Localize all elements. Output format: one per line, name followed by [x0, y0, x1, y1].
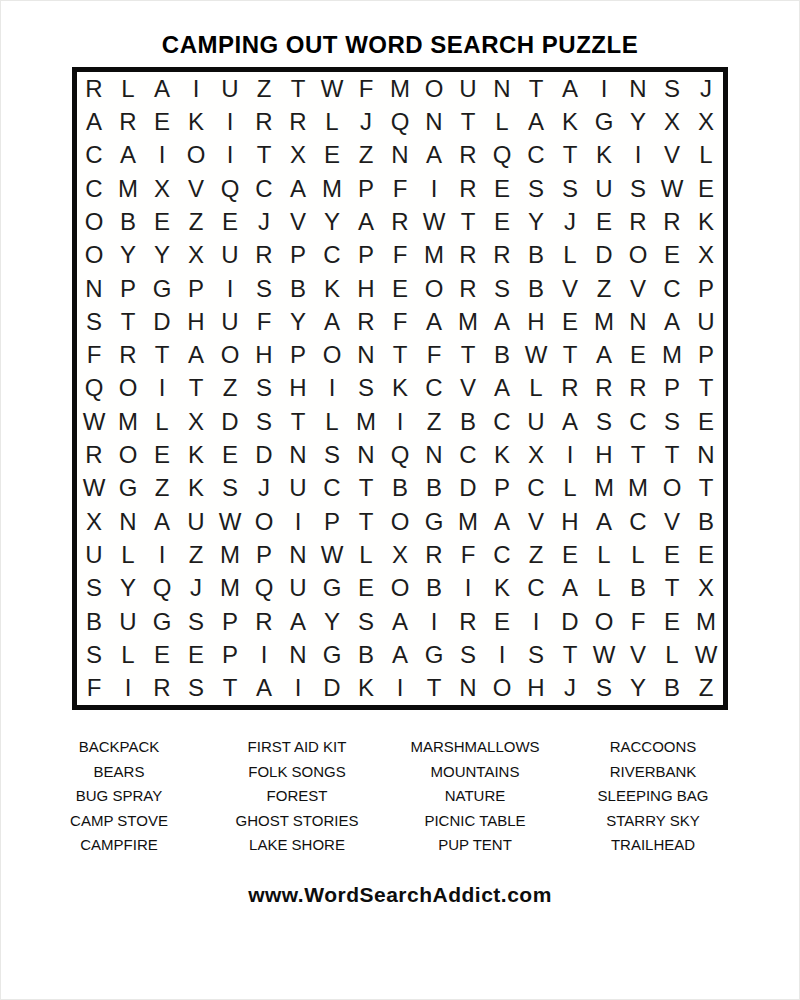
grid-cell-r8c10[interactable]: F: [383, 305, 417, 338]
grid-cell-r6c6[interactable]: R: [247, 239, 281, 272]
grid-cell-r12c3[interactable]: E: [145, 438, 179, 471]
grid-cell-r18c12[interactable]: S: [451, 638, 485, 671]
grid-cell-r13c7[interactable]: U: [281, 472, 315, 505]
grid-cell-r8c5[interactable]: U: [213, 305, 247, 338]
grid-cell-r17c15[interactable]: D: [553, 605, 587, 638]
grid-cell-r5c19[interactable]: K: [689, 205, 723, 238]
grid-cell-r19c8[interactable]: D: [315, 672, 349, 705]
grid-cell-r14c6[interactable]: O: [247, 505, 281, 538]
grid-cell-r1c4[interactable]: I: [179, 72, 213, 105]
grid-cell-r16c1[interactable]: S: [77, 572, 111, 605]
grid-cell-r9c7[interactable]: P: [281, 339, 315, 372]
grid-cell-r17c2[interactable]: U: [111, 605, 145, 638]
grid-cell-r14c3[interactable]: A: [145, 505, 179, 538]
grid-cell-r11c6[interactable]: S: [247, 405, 281, 438]
grid-cell-r10c1[interactable]: Q: [77, 372, 111, 405]
grid-cell-r13c4[interactable]: K: [179, 472, 213, 505]
grid-cell-r19c1[interactable]: F: [77, 672, 111, 705]
grid-cell-r3c7[interactable]: X: [281, 139, 315, 172]
grid-cell-r16c6[interactable]: Q: [247, 572, 281, 605]
grid-cell-r10c11[interactable]: C: [417, 372, 451, 405]
grid-cell-r2c4[interactable]: K: [179, 105, 213, 138]
grid-cell-r4c9[interactable]: P: [349, 172, 383, 205]
grid-cell-r7c11[interactable]: O: [417, 272, 451, 305]
grid-cell-r6c17[interactable]: O: [621, 239, 655, 272]
grid-cell-r4c7[interactable]: A: [281, 172, 315, 205]
grid-cell-r5c4[interactable]: Z: [179, 205, 213, 238]
grid-cell-r4c12[interactable]: R: [451, 172, 485, 205]
grid-cell-r11c1[interactable]: W: [77, 405, 111, 438]
grid-cell-r10c13[interactable]: A: [485, 372, 519, 405]
grid-cell-r6c13[interactable]: R: [485, 239, 519, 272]
grid-cell-r4c8[interactable]: M: [315, 172, 349, 205]
grid-cell-r4c19[interactable]: E: [689, 172, 723, 205]
grid-cell-r15c4[interactable]: Z: [179, 538, 213, 571]
grid-cell-r16c9[interactable]: E: [349, 572, 383, 605]
grid-cell-r3c15[interactable]: T: [553, 139, 587, 172]
grid-cell-r3c9[interactable]: Z: [349, 139, 383, 172]
grid-cell-r12c11[interactable]: N: [417, 438, 451, 471]
grid-cell-r11c4[interactable]: X: [179, 405, 213, 438]
grid-cell-r5c5[interactable]: E: [213, 205, 247, 238]
grid-cell-r7c15[interactable]: V: [553, 272, 587, 305]
grid-cell-r4c14[interactable]: S: [519, 172, 553, 205]
grid-cell-r5c2[interactable]: B: [111, 205, 145, 238]
grid-cell-r1c1[interactable]: R: [77, 72, 111, 105]
grid-cell-r4c18[interactable]: W: [655, 172, 689, 205]
grid-cell-r15c6[interactable]: P: [247, 538, 281, 571]
grid-cell-r6c8[interactable]: C: [315, 239, 349, 272]
grid-cell-r15c1[interactable]: U: [77, 538, 111, 571]
grid-cell-r12c19[interactable]: N: [689, 438, 723, 471]
grid-cell-r1c11[interactable]: O: [417, 72, 451, 105]
grid-cell-r3c11[interactable]: A: [417, 139, 451, 172]
grid-cell-r4c6[interactable]: C: [247, 172, 281, 205]
grid-cell-r16c8[interactable]: G: [315, 572, 349, 605]
grid-cell-r4c16[interactable]: U: [587, 172, 621, 205]
grid-cell-r19c4[interactable]: S: [179, 672, 213, 705]
grid-cell-r5c18[interactable]: R: [655, 205, 689, 238]
grid-cell-r11c19[interactable]: E: [689, 405, 723, 438]
grid-cell-r10c6[interactable]: S: [247, 372, 281, 405]
grid-cell-r7c17[interactable]: V: [621, 272, 655, 305]
grid-cell-r19c5[interactable]: T: [213, 672, 247, 705]
grid-cell-r17c18[interactable]: E: [655, 605, 689, 638]
grid-cell-r16c15[interactable]: A: [553, 572, 587, 605]
grid-cell-r10c5[interactable]: Z: [213, 372, 247, 405]
grid-cell-r17c19[interactable]: M: [689, 605, 723, 638]
grid-cell-r7c7[interactable]: B: [281, 272, 315, 305]
grid-cell-r1c9[interactable]: F: [349, 72, 383, 105]
grid-cell-r8c17[interactable]: N: [621, 305, 655, 338]
grid-cell-r6c11[interactable]: M: [417, 239, 451, 272]
grid-cell-r7c8[interactable]: K: [315, 272, 349, 305]
grid-cell-r3c10[interactable]: N: [383, 139, 417, 172]
grid-cell-r13c13[interactable]: P: [485, 472, 519, 505]
grid-cell-r17c12[interactable]: R: [451, 605, 485, 638]
grid-cell-r10c7[interactable]: H: [281, 372, 315, 405]
grid-cell-r18c9[interactable]: B: [349, 638, 383, 671]
grid-cell-r5c11[interactable]: W: [417, 205, 451, 238]
grid-cell-r17c11[interactable]: I: [417, 605, 451, 638]
grid-cell-r4c10[interactable]: F: [383, 172, 417, 205]
grid-cell-r3c14[interactable]: C: [519, 139, 553, 172]
grid-cell-r8c13[interactable]: A: [485, 305, 519, 338]
grid-cell-r19c16[interactable]: S: [587, 672, 621, 705]
grid-cell-r16c19[interactable]: X: [689, 572, 723, 605]
grid-cell-r13c1[interactable]: W: [77, 472, 111, 505]
grid-cell-r7c10[interactable]: E: [383, 272, 417, 305]
grid-cell-r13c11[interactable]: B: [417, 472, 451, 505]
grid-cell-r2c14[interactable]: A: [519, 105, 553, 138]
grid-cell-r8c9[interactable]: R: [349, 305, 383, 338]
grid-cell-r2c12[interactable]: T: [451, 105, 485, 138]
grid-cell-r13c14[interactable]: C: [519, 472, 553, 505]
grid-cell-r3c4[interactable]: O: [179, 139, 213, 172]
grid-cell-r4c3[interactable]: X: [145, 172, 179, 205]
grid-cell-r17c4[interactable]: S: [179, 605, 213, 638]
grid-cell-r16c11[interactable]: B: [417, 572, 451, 605]
grid-cell-r11c7[interactable]: T: [281, 405, 315, 438]
grid-cell-r6c3[interactable]: Y: [145, 239, 179, 272]
grid-cell-r1c16[interactable]: I: [587, 72, 621, 105]
grid-cell-r13c2[interactable]: G: [111, 472, 145, 505]
grid-cell-r9c18[interactable]: M: [655, 339, 689, 372]
grid-cell-r7c19[interactable]: P: [689, 272, 723, 305]
grid-cell-r7c9[interactable]: H: [349, 272, 383, 305]
grid-cell-r18c10[interactable]: A: [383, 638, 417, 671]
grid-cell-r14c9[interactable]: T: [349, 505, 383, 538]
grid-cell-r10c16[interactable]: R: [587, 372, 621, 405]
grid-cell-r4c2[interactable]: M: [111, 172, 145, 205]
grid-cell-r16c18[interactable]: T: [655, 572, 689, 605]
grid-cell-r1c8[interactable]: W: [315, 72, 349, 105]
grid-cell-r2c16[interactable]: G: [587, 105, 621, 138]
grid-cell-r1c5[interactable]: U: [213, 72, 247, 105]
grid-cell-r19c3[interactable]: R: [145, 672, 179, 705]
grid-cell-r5c15[interactable]: J: [553, 205, 587, 238]
grid-cell-r12c8[interactable]: S: [315, 438, 349, 471]
grid-cell-r19c19[interactable]: Z: [689, 672, 723, 705]
grid-cell-r14c1[interactable]: X: [77, 505, 111, 538]
grid-cell-r17c17[interactable]: F: [621, 605, 655, 638]
grid-cell-r15c12[interactable]: F: [451, 538, 485, 571]
grid-cell-r4c1[interactable]: C: [77, 172, 111, 205]
grid-cell-r4c11[interactable]: I: [417, 172, 451, 205]
grid-cell-r18c1[interactable]: S: [77, 638, 111, 671]
grid-cell-r12c1[interactable]: R: [77, 438, 111, 471]
grid-cell-r8c18[interactable]: A: [655, 305, 689, 338]
grid-cell-r9c5[interactable]: O: [213, 339, 247, 372]
grid-cell-r17c16[interactable]: O: [587, 605, 621, 638]
grid-cell-r12c4[interactable]: K: [179, 438, 213, 471]
grid-cell-r9c19[interactable]: P: [689, 339, 723, 372]
grid-cell-r2c7[interactable]: R: [281, 105, 315, 138]
grid-cell-r7c5[interactable]: I: [213, 272, 247, 305]
grid-cell-r13c18[interactable]: O: [655, 472, 689, 505]
grid-cell-r9c12[interactable]: T: [451, 339, 485, 372]
grid-cell-r13c6[interactable]: J: [247, 472, 281, 505]
grid-cell-r14c5[interactable]: W: [213, 505, 247, 538]
grid-cell-r2c3[interactable]: E: [145, 105, 179, 138]
grid-cell-r19c7[interactable]: I: [281, 672, 315, 705]
grid-cell-r16c5[interactable]: M: [213, 572, 247, 605]
grid-cell-r3c13[interactable]: Q: [485, 139, 519, 172]
grid-cell-r12c9[interactable]: N: [349, 438, 383, 471]
grid-cell-r10c17[interactable]: R: [621, 372, 655, 405]
grid-cell-r18c13[interactable]: I: [485, 638, 519, 671]
grid-cell-r12c14[interactable]: X: [519, 438, 553, 471]
grid-cell-r5c16[interactable]: E: [587, 205, 621, 238]
grid-cell-r11c15[interactable]: A: [553, 405, 587, 438]
grid-cell-r8c11[interactable]: A: [417, 305, 451, 338]
grid-cell-r6c10[interactable]: F: [383, 239, 417, 272]
grid-cell-r19c18[interactable]: B: [655, 672, 689, 705]
grid-cell-r2c18[interactable]: X: [655, 105, 689, 138]
grid-cell-r1c3[interactable]: A: [145, 72, 179, 105]
grid-cell-r15c3[interactable]: I: [145, 538, 179, 571]
grid-cell-r18c6[interactable]: I: [247, 638, 281, 671]
grid-cell-r10c15[interactable]: R: [553, 372, 587, 405]
grid-cell-r2c13[interactable]: L: [485, 105, 519, 138]
grid-cell-r11c13[interactable]: C: [485, 405, 519, 438]
grid-cell-r14c12[interactable]: M: [451, 505, 485, 538]
grid-cell-r11c5[interactable]: D: [213, 405, 247, 438]
grid-cell-r1c14[interactable]: T: [519, 72, 553, 105]
grid-cell-r11c18[interactable]: S: [655, 405, 689, 438]
grid-cell-r14c4[interactable]: U: [179, 505, 213, 538]
grid-cell-r12c7[interactable]: N: [281, 438, 315, 471]
grid-cell-r18c19[interactable]: W: [689, 638, 723, 671]
grid-cell-r14c16[interactable]: A: [587, 505, 621, 538]
grid-cell-r9c4[interactable]: A: [179, 339, 213, 372]
grid-cell-r11c12[interactable]: B: [451, 405, 485, 438]
grid-cell-r19c2[interactable]: I: [111, 672, 145, 705]
grid-cell-r7c4[interactable]: P: [179, 272, 213, 305]
grid-cell-r13c10[interactable]: B: [383, 472, 417, 505]
grid-cell-r5c6[interactable]: J: [247, 205, 281, 238]
grid-cell-r6c5[interactable]: U: [213, 239, 247, 272]
grid-cell-r14c10[interactable]: O: [383, 505, 417, 538]
grid-cell-r12c18[interactable]: T: [655, 438, 689, 471]
grid-cell-r10c8[interactable]: I: [315, 372, 349, 405]
grid-cell-r17c8[interactable]: Y: [315, 605, 349, 638]
grid-cell-r3c2[interactable]: A: [111, 139, 145, 172]
grid-cell-r16c13[interactable]: K: [485, 572, 519, 605]
grid-cell-r12c10[interactable]: Q: [383, 438, 417, 471]
grid-cell-r12c17[interactable]: T: [621, 438, 655, 471]
grid-cell-r6c4[interactable]: X: [179, 239, 213, 272]
grid-cell-r14c19[interactable]: B: [689, 505, 723, 538]
grid-cell-r4c5[interactable]: Q: [213, 172, 247, 205]
grid-cell-r11c2[interactable]: M: [111, 405, 145, 438]
grid-cell-r9c8[interactable]: O: [315, 339, 349, 372]
grid-cell-r18c16[interactable]: W: [587, 638, 621, 671]
grid-cell-r19c13[interactable]: O: [485, 672, 519, 705]
grid-cell-r11c9[interactable]: M: [349, 405, 383, 438]
grid-cell-r18c11[interactable]: G: [417, 638, 451, 671]
grid-cell-r15c16[interactable]: L: [587, 538, 621, 571]
grid-cell-r15c18[interactable]: E: [655, 538, 689, 571]
grid-cell-r5c7[interactable]: V: [281, 205, 315, 238]
grid-cell-r2c6[interactable]: R: [247, 105, 281, 138]
grid-cell-r8c3[interactable]: D: [145, 305, 179, 338]
grid-cell-r14c7[interactable]: I: [281, 505, 315, 538]
grid-cell-r11c16[interactable]: S: [587, 405, 621, 438]
grid-cell-r15c19[interactable]: E: [689, 538, 723, 571]
grid-cell-r13c3[interactable]: Z: [145, 472, 179, 505]
grid-cell-r6c12[interactable]: R: [451, 239, 485, 272]
grid-cell-r16c7[interactable]: U: [281, 572, 315, 605]
grid-cell-r10c3[interactable]: I: [145, 372, 179, 405]
grid-cell-r9c13[interactable]: B: [485, 339, 519, 372]
grid-cell-r12c6[interactable]: D: [247, 438, 281, 471]
grid-cell-r17c6[interactable]: R: [247, 605, 281, 638]
grid-cell-r16c12[interactable]: I: [451, 572, 485, 605]
grid-cell-r16c3[interactable]: Q: [145, 572, 179, 605]
grid-cell-r7c3[interactable]: G: [145, 272, 179, 305]
grid-cell-r15c11[interactable]: R: [417, 538, 451, 571]
grid-cell-r10c9[interactable]: S: [349, 372, 383, 405]
grid-cell-r17c7[interactable]: A: [281, 605, 315, 638]
grid-cell-r1c15[interactable]: A: [553, 72, 587, 105]
grid-cell-r9c11[interactable]: F: [417, 339, 451, 372]
grid-cell-r8c12[interactable]: M: [451, 305, 485, 338]
grid-cell-r19c14[interactable]: H: [519, 672, 553, 705]
grid-cell-r2c2[interactable]: R: [111, 105, 145, 138]
grid-cell-r18c8[interactable]: G: [315, 638, 349, 671]
grid-cell-r14c2[interactable]: N: [111, 505, 145, 538]
grid-cell-r4c4[interactable]: V: [179, 172, 213, 205]
grid-cell-r10c4[interactable]: T: [179, 372, 213, 405]
grid-cell-r5c13[interactable]: E: [485, 205, 519, 238]
grid-cell-r12c2[interactable]: O: [111, 438, 145, 471]
grid-cell-r9c14[interactable]: W: [519, 339, 553, 372]
grid-cell-r9c3[interactable]: T: [145, 339, 179, 372]
grid-cell-r6c16[interactable]: D: [587, 239, 621, 272]
grid-cell-r7c18[interactable]: C: [655, 272, 689, 305]
grid-cell-r19c6[interactable]: A: [247, 672, 281, 705]
grid-cell-r3c18[interactable]: V: [655, 139, 689, 172]
grid-cell-r17c9[interactable]: S: [349, 605, 383, 638]
grid-cell-r18c2[interactable]: L: [111, 638, 145, 671]
grid-cell-r4c17[interactable]: S: [621, 172, 655, 205]
grid-cell-r2c11[interactable]: N: [417, 105, 451, 138]
grid-cell-r11c11[interactable]: Z: [417, 405, 451, 438]
grid-cell-r6c14[interactable]: B: [519, 239, 553, 272]
grid-cell-r5c12[interactable]: T: [451, 205, 485, 238]
grid-cell-r3c1[interactable]: C: [77, 139, 111, 172]
grid-cell-r15c14[interactable]: Z: [519, 538, 553, 571]
grid-cell-r6c15[interactable]: L: [553, 239, 587, 272]
grid-cell-r9c10[interactable]: T: [383, 339, 417, 372]
grid-cell-r6c18[interactable]: E: [655, 239, 689, 272]
grid-cell-r11c8[interactable]: L: [315, 405, 349, 438]
grid-cell-r3c3[interactable]: I: [145, 139, 179, 172]
grid-cell-r17c10[interactable]: A: [383, 605, 417, 638]
grid-cell-r19c10[interactable]: I: [383, 672, 417, 705]
grid-cell-r18c3[interactable]: E: [145, 638, 179, 671]
grid-cell-r13c8[interactable]: C: [315, 472, 349, 505]
grid-cell-r7c2[interactable]: P: [111, 272, 145, 305]
grid-cell-r2c9[interactable]: J: [349, 105, 383, 138]
grid-cell-r14c15[interactable]: H: [553, 505, 587, 538]
grid-cell-r5c1[interactable]: O: [77, 205, 111, 238]
grid-cell-r9c15[interactable]: T: [553, 339, 587, 372]
grid-cell-r7c6[interactable]: S: [247, 272, 281, 305]
grid-cell-r16c16[interactable]: L: [587, 572, 621, 605]
grid-cell-r8c1[interactable]: S: [77, 305, 111, 338]
grid-cell-r18c14[interactable]: S: [519, 638, 553, 671]
grid-cell-r3c19[interactable]: L: [689, 139, 723, 172]
grid-cell-r8c8[interactable]: A: [315, 305, 349, 338]
grid-cell-r2c19[interactable]: X: [689, 105, 723, 138]
grid-cell-r9c6[interactable]: H: [247, 339, 281, 372]
grid-cell-r3c8[interactable]: E: [315, 139, 349, 172]
grid-cell-r1c19[interactable]: J: [689, 72, 723, 105]
grid-cell-r11c17[interactable]: C: [621, 405, 655, 438]
grid-cell-r14c13[interactable]: A: [485, 505, 519, 538]
grid-cell-r4c13[interactable]: E: [485, 172, 519, 205]
grid-cell-r15c8[interactable]: W: [315, 538, 349, 571]
grid-cell-r10c19[interactable]: T: [689, 372, 723, 405]
grid-cell-r6c1[interactable]: O: [77, 239, 111, 272]
grid-cell-r18c18[interactable]: L: [655, 638, 689, 671]
grid-cell-r10c2[interactable]: O: [111, 372, 145, 405]
grid-cell-r5c8[interactable]: Y: [315, 205, 349, 238]
grid-cell-r7c1[interactable]: N: [77, 272, 111, 305]
grid-cell-r2c17[interactable]: Y: [621, 105, 655, 138]
grid-cell-r1c7[interactable]: T: [281, 72, 315, 105]
grid-cell-r14c11[interactable]: G: [417, 505, 451, 538]
grid-cell-r9c2[interactable]: R: [111, 339, 145, 372]
grid-cell-r12c16[interactable]: H: [587, 438, 621, 471]
grid-cell-r17c14[interactable]: I: [519, 605, 553, 638]
grid-cell-r2c15[interactable]: K: [553, 105, 587, 138]
grid-cell-r16c17[interactable]: B: [621, 572, 655, 605]
grid-cell-r18c4[interactable]: E: [179, 638, 213, 671]
grid-cell-r16c2[interactable]: Y: [111, 572, 145, 605]
grid-cell-r15c15[interactable]: E: [553, 538, 587, 571]
grid-cell-r13c17[interactable]: M: [621, 472, 655, 505]
grid-cell-r8c4[interactable]: H: [179, 305, 213, 338]
grid-cell-r14c18[interactable]: V: [655, 505, 689, 538]
grid-cell-r10c14[interactable]: L: [519, 372, 553, 405]
grid-cell-r9c1[interactable]: F: [77, 339, 111, 372]
grid-cell-r14c14[interactable]: V: [519, 505, 553, 538]
grid-cell-r10c10[interactable]: K: [383, 372, 417, 405]
grid-cell-r2c5[interactable]: I: [213, 105, 247, 138]
grid-cell-r5c17[interactable]: R: [621, 205, 655, 238]
grid-cell-r15c9[interactable]: L: [349, 538, 383, 571]
grid-cell-r8c6[interactable]: F: [247, 305, 281, 338]
grid-cell-r13c9[interactable]: T: [349, 472, 383, 505]
grid-cell-r7c14[interactable]: B: [519, 272, 553, 305]
grid-cell-r13c12[interactable]: D: [451, 472, 485, 505]
grid-cell-r13c5[interactable]: S: [213, 472, 247, 505]
grid-cell-r5c9[interactable]: A: [349, 205, 383, 238]
grid-cell-r19c15[interactable]: J: [553, 672, 587, 705]
grid-cell-r9c9[interactable]: N: [349, 339, 383, 372]
grid-cell-r1c17[interactable]: N: [621, 72, 655, 105]
grid-cell-r18c17[interactable]: V: [621, 638, 655, 671]
grid-cell-r1c13[interactable]: N: [485, 72, 519, 105]
grid-cell-r8c14[interactable]: H: [519, 305, 553, 338]
grid-cell-r4c15[interactable]: S: [553, 172, 587, 205]
grid-cell-r16c10[interactable]: O: [383, 572, 417, 605]
grid-cell-r18c15[interactable]: T: [553, 638, 587, 671]
grid-cell-r7c16[interactable]: Z: [587, 272, 621, 305]
